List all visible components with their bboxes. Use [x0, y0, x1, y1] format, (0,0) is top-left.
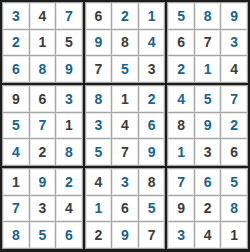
sudoku-block: 438165297: [85, 168, 166, 249]
sudoku-block: 347215689: [2, 2, 83, 83]
sudoku-cell-r7c8[interactable]: 6: [195, 169, 221, 195]
sudoku-cell-r6c2[interactable]: 2: [30, 139, 56, 165]
sudoku-cell-r4c1[interactable]: 9: [3, 86, 29, 112]
sudoku-cell-r6c8[interactable]: 3: [195, 139, 221, 165]
sudoku-cell-r2c3[interactable]: 5: [56, 30, 82, 56]
sudoku-cell-r7c6[interactable]: 8: [139, 169, 165, 195]
sudoku-cell-r9c1[interactable]: 8: [3, 222, 29, 248]
sudoku-cell-r2c4[interactable]: 9: [86, 30, 112, 56]
sudoku-cell-r6c1[interactable]: 4: [3, 139, 29, 165]
sudoku-cell-r5c7[interactable]: 8: [168, 113, 194, 139]
sudoku-cell-r1c2[interactable]: 4: [30, 3, 56, 29]
sudoku-cell-r9c9[interactable]: 1: [221, 222, 247, 248]
sudoku-cell-r4c9[interactable]: 7: [221, 86, 247, 112]
sudoku-cell-r1c1[interactable]: 3: [3, 3, 29, 29]
sudoku-cell-r4c5[interactable]: 1: [112, 86, 138, 112]
sudoku-cell-r3c2[interactable]: 8: [30, 56, 56, 82]
sudoku-cell-r3c4[interactable]: 7: [86, 56, 112, 82]
sudoku-cell-r2c7[interactable]: 6: [168, 30, 194, 56]
sudoku-cell-r7c4[interactable]: 4: [86, 169, 112, 195]
sudoku-cell-r3c1[interactable]: 6: [3, 56, 29, 82]
sudoku-cell-r7c2[interactable]: 9: [30, 169, 56, 195]
sudoku-block: 765928341: [167, 168, 248, 249]
sudoku-cell-r7c7[interactable]: 7: [168, 169, 194, 195]
sudoku-cell-r1c9[interactable]: 9: [221, 3, 247, 29]
sudoku-cell-r9c2[interactable]: 5: [30, 222, 56, 248]
sudoku-board: 3472156896219847535896732149635714288123…: [0, 0, 250, 252]
sudoku-block: 192734856: [2, 168, 83, 249]
sudoku-cell-r8c5[interactable]: 6: [112, 196, 138, 222]
sudoku-block: 589673214: [167, 2, 248, 83]
sudoku-cell-r5c4[interactable]: 3: [86, 113, 112, 139]
sudoku-cell-r3c3[interactable]: 9: [56, 56, 82, 82]
sudoku-cell-r9c4[interactable]: 2: [86, 222, 112, 248]
sudoku-cell-r4c4[interactable]: 8: [86, 86, 112, 112]
sudoku-cell-r4c3[interactable]: 3: [56, 86, 82, 112]
sudoku-cell-r1c6[interactable]: 1: [139, 3, 165, 29]
sudoku-cell-r1c8[interactable]: 8: [195, 3, 221, 29]
sudoku-cell-r1c7[interactable]: 5: [168, 3, 194, 29]
sudoku-cell-r2c8[interactable]: 7: [195, 30, 221, 56]
sudoku-block: 963571428: [2, 85, 83, 166]
sudoku-cell-r5c1[interactable]: 5: [3, 113, 29, 139]
sudoku-cell-r1c4[interactable]: 6: [86, 3, 112, 29]
sudoku-cell-r7c1[interactable]: 1: [3, 169, 29, 195]
sudoku-cell-r8c6[interactable]: 5: [139, 196, 165, 222]
sudoku-cell-r2c9[interactable]: 3: [221, 30, 247, 56]
sudoku-cell-r8c8[interactable]: 2: [195, 196, 221, 222]
sudoku-cell-r3c6[interactable]: 3: [139, 56, 165, 82]
sudoku-block: 812346579: [85, 85, 166, 166]
sudoku-cell-r2c2[interactable]: 1: [30, 30, 56, 56]
sudoku-cell-r8c3[interactable]: 4: [56, 196, 82, 222]
sudoku-cell-r7c5[interactable]: 3: [112, 169, 138, 195]
sudoku-cell-r6c5[interactable]: 7: [112, 139, 138, 165]
sudoku-block: 621984753: [85, 2, 166, 83]
sudoku-cell-r4c7[interactable]: 4: [168, 86, 194, 112]
sudoku-cell-r8c9[interactable]: 8: [221, 196, 247, 222]
sudoku-cell-r3c8[interactable]: 1: [195, 56, 221, 82]
sudoku-cell-r7c9[interactable]: 5: [221, 169, 247, 195]
sudoku-cell-r5c3[interactable]: 1: [56, 113, 82, 139]
sudoku-cell-r5c5[interactable]: 4: [112, 113, 138, 139]
sudoku-block: 457892136: [167, 85, 248, 166]
sudoku-cell-r6c9[interactable]: 6: [221, 139, 247, 165]
sudoku-cell-r5c8[interactable]: 9: [195, 113, 221, 139]
sudoku-cell-r6c3[interactable]: 8: [56, 139, 82, 165]
sudoku-cell-r9c6[interactable]: 7: [139, 222, 165, 248]
sudoku-cell-r6c7[interactable]: 1: [168, 139, 194, 165]
sudoku-cell-r9c5[interactable]: 9: [112, 222, 138, 248]
sudoku-cell-r4c2[interactable]: 6: [30, 86, 56, 112]
sudoku-cell-r8c7[interactable]: 9: [168, 196, 194, 222]
sudoku-cell-r1c5[interactable]: 2: [112, 3, 138, 29]
sudoku-cell-r6c6[interactable]: 9: [139, 139, 165, 165]
sudoku-cell-r5c6[interactable]: 6: [139, 113, 165, 139]
sudoku-cell-r7c3[interactable]: 2: [56, 169, 82, 195]
sudoku-cell-r6c4[interactable]: 5: [86, 139, 112, 165]
sudoku-cell-r5c9[interactable]: 2: [221, 113, 247, 139]
sudoku-cell-r9c3[interactable]: 6: [56, 222, 82, 248]
sudoku-cell-r4c6[interactable]: 2: [139, 86, 165, 112]
sudoku-cell-r4c8[interactable]: 5: [195, 86, 221, 112]
sudoku-cell-r9c8[interactable]: 4: [195, 222, 221, 248]
sudoku-cell-r2c6[interactable]: 4: [139, 30, 165, 56]
sudoku-cell-r3c9[interactable]: 4: [221, 56, 247, 82]
sudoku-cell-r8c1[interactable]: 7: [3, 196, 29, 222]
sudoku-cell-r8c2[interactable]: 3: [30, 196, 56, 222]
sudoku-cell-r3c7[interactable]: 2: [168, 56, 194, 82]
sudoku-cell-r1c3[interactable]: 7: [56, 3, 82, 29]
sudoku-cell-r2c5[interactable]: 8: [112, 30, 138, 56]
sudoku-cell-r9c7[interactable]: 3: [168, 222, 194, 248]
sudoku-cell-r8c4[interactable]: 1: [86, 196, 112, 222]
sudoku-cell-r3c5[interactable]: 5: [112, 56, 138, 82]
sudoku-cell-r2c1[interactable]: 2: [3, 30, 29, 56]
sudoku-cell-r5c2[interactable]: 7: [30, 113, 56, 139]
